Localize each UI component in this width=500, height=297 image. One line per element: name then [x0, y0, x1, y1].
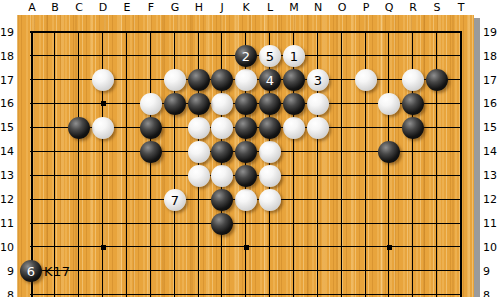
move-note-location: K17 — [44, 264, 71, 279]
row-label-left-10: 10 — [0, 241, 14, 254]
stone-white-J15 — [211, 117, 233, 139]
stone-black-R15 — [402, 117, 424, 139]
column-label-D: D — [93, 1, 113, 14]
column-label-P: P — [356, 1, 376, 14]
stone-white-G17 — [164, 69, 186, 91]
stone-black-S17 — [426, 69, 448, 91]
stone-white-R17 — [402, 69, 424, 91]
star-point-D16 — [101, 101, 106, 106]
star-point-K10 — [244, 245, 249, 250]
column-label-Q: Q — [379, 1, 399, 14]
stone-white-N15 — [307, 117, 329, 139]
stone-black-K13 — [235, 165, 257, 187]
stone-white-D15 — [92, 117, 114, 139]
stone-black-J11 — [211, 213, 233, 235]
row-label-left-8: 8 — [0, 289, 14, 297]
stone-white-L18: 5 — [259, 45, 281, 67]
move-number-7: 7 — [171, 194, 179, 207]
stone-black-F14 — [140, 141, 162, 163]
stone-white-J16 — [211, 93, 233, 115]
stone-white-K17 — [235, 69, 257, 91]
stone-black-C15 — [68, 117, 90, 139]
column-label-T: T — [451, 1, 471, 14]
row-label-right-14: 14 — [483, 145, 499, 158]
grid-line-col-T — [460, 31, 462, 297]
row-label-right-18: 18 — [483, 50, 499, 63]
stone-black-H17 — [188, 69, 210, 91]
stone-black-K18: 2 — [235, 45, 257, 67]
row-label-left-13: 13 — [0, 169, 14, 182]
row-label-left-19: 19 — [0, 26, 14, 39]
go-diagram: ABCDEFGHJKLMNOPQRST191918181717161615151… — [0, 0, 500, 297]
grid-line-row-9 — [30, 270, 462, 271]
stone-white-N16 — [307, 93, 329, 115]
row-label-right-17: 17 — [483, 74, 499, 87]
stone-black-J12 — [211, 189, 233, 211]
stone-white-G12: 7 — [164, 189, 186, 211]
row-label-right-10: 10 — [483, 241, 499, 254]
move-number-1: 1 — [290, 50, 298, 63]
grid-line-col-E — [126, 31, 127, 297]
row-label-left-9: 9 — [0, 265, 14, 278]
row-label-right-9: 9 — [483, 265, 499, 278]
move-note-stone: 6 — [20, 260, 42, 282]
column-label-L: L — [260, 1, 280, 14]
stone-black-L16 — [259, 93, 281, 115]
column-label-C: C — [69, 1, 89, 14]
stone-white-N17: 3 — [307, 69, 329, 91]
star-point-D10 — [101, 245, 106, 250]
column-label-R: R — [403, 1, 423, 14]
column-label-E: E — [117, 1, 137, 14]
column-label-J: J — [212, 1, 232, 14]
stone-black-F15 — [140, 117, 162, 139]
grid-line-row-19 — [30, 31, 462, 33]
row-label-left-17: 17 — [0, 74, 14, 87]
stone-white-Q16 — [378, 93, 400, 115]
stone-white-H15 — [188, 117, 210, 139]
stone-black-R16 — [402, 93, 424, 115]
stone-black-L17: 4 — [259, 69, 281, 91]
stone-white-P17 — [355, 69, 377, 91]
column-label-M: M — [284, 1, 304, 14]
column-label-N: N — [308, 1, 328, 14]
column-label-F: F — [141, 1, 161, 14]
row-label-right-13: 13 — [483, 169, 499, 182]
stone-black-J17 — [211, 69, 233, 91]
row-label-left-16: 16 — [0, 97, 14, 110]
stone-white-L13 — [259, 165, 281, 187]
column-label-O: O — [332, 1, 352, 14]
stone-white-K12 — [235, 189, 257, 211]
grid-line-col-C — [78, 31, 79, 297]
grid-line-col-A — [31, 31, 33, 297]
stone-white-H14 — [188, 141, 210, 163]
row-label-left-18: 18 — [0, 50, 14, 63]
grid-line-col-F — [150, 31, 151, 297]
column-label-G: G — [165, 1, 185, 14]
stone-white-M15 — [283, 117, 305, 139]
row-label-right-8: 8 — [483, 289, 499, 297]
row-label-left-14: 14 — [0, 145, 14, 158]
grid-line-row-11 — [30, 223, 462, 224]
column-label-K: K — [236, 1, 256, 14]
stone-white-H13 — [188, 165, 210, 187]
stone-white-J13 — [211, 165, 233, 187]
column-label-S: S — [427, 1, 447, 14]
row-label-right-11: 11 — [483, 217, 499, 230]
row-label-right-19: 19 — [483, 26, 499, 39]
stone-white-L12 — [259, 189, 281, 211]
grid-line-col-O — [341, 31, 342, 297]
row-label-left-11: 11 — [0, 217, 14, 230]
row-label-right-15: 15 — [483, 121, 499, 134]
column-label-B: B — [45, 1, 65, 14]
move-number-5: 5 — [266, 50, 274, 63]
stone-black-K16 — [235, 93, 257, 115]
stone-black-H16 — [188, 93, 210, 115]
stone-black-K15 — [235, 117, 257, 139]
stone-black-M16 — [283, 93, 305, 115]
move-number-3: 3 — [314, 74, 322, 87]
stone-white-F16 — [140, 93, 162, 115]
stone-black-Q14 — [378, 141, 400, 163]
grid-line-col-Q — [388, 31, 389, 297]
move-number-4: 4 — [266, 74, 274, 87]
star-point-Q10 — [387, 245, 392, 250]
column-label-H: H — [189, 1, 209, 14]
stone-black-M17 — [283, 69, 305, 91]
row-label-right-12: 12 — [483, 193, 499, 206]
stone-white-L14 — [259, 141, 281, 163]
stone-black-J14 — [211, 141, 233, 163]
stone-white-M18: 1 — [283, 45, 305, 67]
grid-line-row-8 — [30, 294, 462, 295]
move-number-2: 2 — [242, 50, 250, 63]
stone-black-K14 — [235, 141, 257, 163]
stone-black-L15 — [259, 117, 281, 139]
stone-white-D17 — [92, 69, 114, 91]
column-label-A: A — [22, 1, 42, 14]
move-note-number: 6 — [27, 265, 35, 278]
row-label-right-16: 16 — [483, 97, 499, 110]
grid-line-col-B — [54, 31, 55, 297]
stone-black-G16 — [164, 93, 186, 115]
row-label-left-15: 15 — [0, 121, 14, 134]
row-label-left-12: 12 — [0, 193, 14, 206]
